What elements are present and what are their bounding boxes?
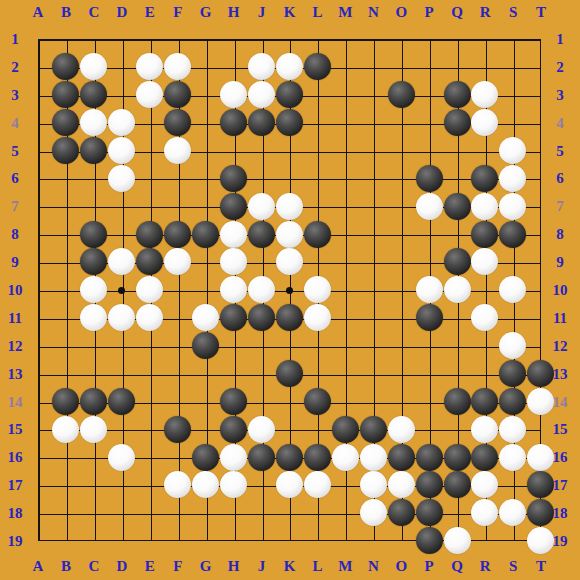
black-stone-R6 bbox=[471, 165, 498, 192]
row-label: 14 bbox=[553, 393, 568, 410]
row-label: 7 bbox=[11, 198, 19, 215]
column-label: H bbox=[228, 4, 240, 21]
white-stone-R9 bbox=[471, 248, 498, 275]
black-stone-Q4 bbox=[444, 109, 471, 136]
column-label: C bbox=[88, 558, 99, 575]
white-stone-J3 bbox=[248, 81, 275, 108]
row-label: 6 bbox=[556, 170, 564, 187]
column-label: T bbox=[536, 558, 546, 575]
white-stone-S16 bbox=[499, 444, 526, 471]
white-stone-C4 bbox=[80, 109, 107, 136]
row-label: 6 bbox=[11, 170, 19, 187]
white-stone-H8 bbox=[220, 221, 247, 248]
row-label: 2 bbox=[556, 58, 564, 75]
row-label: 13 bbox=[553, 365, 568, 382]
column-label: A bbox=[33, 4, 44, 21]
white-stone-K2 bbox=[276, 53, 303, 80]
column-label: R bbox=[480, 4, 491, 21]
white-stone-R15 bbox=[471, 416, 498, 443]
row-label: 1 bbox=[556, 31, 564, 48]
white-stone-S12 bbox=[499, 332, 526, 359]
column-label: B bbox=[61, 558, 71, 575]
column-label: C bbox=[88, 4, 99, 21]
black-stone-Q7 bbox=[444, 193, 471, 220]
column-label: N bbox=[368, 4, 379, 21]
white-stone-J2 bbox=[248, 53, 275, 80]
white-stone-D4 bbox=[108, 109, 135, 136]
black-stone-C3 bbox=[80, 81, 107, 108]
row-label: 7 bbox=[556, 198, 564, 215]
black-stone-B3 bbox=[52, 81, 79, 108]
black-stone-J4 bbox=[248, 109, 275, 136]
column-label: B bbox=[61, 4, 71, 21]
white-stone-T16 bbox=[527, 444, 554, 471]
row-label: 17 bbox=[553, 477, 568, 494]
row-label: 3 bbox=[556, 86, 564, 103]
black-stone-R14 bbox=[471, 388, 498, 415]
white-stone-R17 bbox=[471, 471, 498, 498]
row-label: 5 bbox=[11, 142, 19, 159]
white-stone-H16 bbox=[220, 444, 247, 471]
white-stone-S5 bbox=[499, 137, 526, 164]
white-stone-S15 bbox=[499, 416, 526, 443]
column-label: S bbox=[509, 4, 517, 21]
black-stone-H4 bbox=[220, 109, 247, 136]
white-stone-Q19 bbox=[444, 527, 471, 554]
column-label: S bbox=[509, 558, 517, 575]
column-label: N bbox=[368, 558, 379, 575]
white-stone-G17 bbox=[192, 471, 219, 498]
black-stone-H6 bbox=[220, 165, 247, 192]
white-stone-C11 bbox=[80, 304, 107, 331]
column-label: D bbox=[116, 558, 127, 575]
black-stone-C9 bbox=[80, 248, 107, 275]
column-label: G bbox=[200, 558, 212, 575]
black-stone-N15 bbox=[360, 416, 387, 443]
white-stone-K8 bbox=[276, 221, 303, 248]
black-stone-K13 bbox=[276, 360, 303, 387]
column-label: L bbox=[312, 558, 322, 575]
black-stone-E8 bbox=[136, 221, 163, 248]
white-stone-O17 bbox=[388, 471, 415, 498]
black-stone-K3 bbox=[276, 81, 303, 108]
go-board: ABCDEFGHJKLMNOPQRST ABCDEFGHJKLMNOPQRST … bbox=[0, 0, 580, 580]
white-stone-J15 bbox=[248, 416, 275, 443]
white-stone-C15 bbox=[80, 416, 107, 443]
white-stone-H3 bbox=[220, 81, 247, 108]
row-label: 16 bbox=[8, 449, 23, 466]
row-label: 13 bbox=[8, 365, 23, 382]
white-stone-G11 bbox=[192, 304, 219, 331]
white-stone-N17 bbox=[360, 471, 387, 498]
row-label: 15 bbox=[553, 421, 568, 438]
column-label: J bbox=[258, 4, 266, 21]
black-stone-P17 bbox=[416, 471, 443, 498]
column-label: H bbox=[228, 558, 240, 575]
black-stone-S8 bbox=[499, 221, 526, 248]
board-intersections[interactable] bbox=[24, 25, 555, 555]
black-stone-P19 bbox=[416, 527, 443, 554]
black-stone-H7 bbox=[220, 193, 247, 220]
black-stone-J8 bbox=[248, 221, 275, 248]
row-label: 9 bbox=[11, 254, 19, 271]
column-label: K bbox=[284, 4, 296, 21]
white-stone-L17 bbox=[304, 471, 331, 498]
white-stone-J7 bbox=[248, 193, 275, 220]
white-stone-B15 bbox=[52, 416, 79, 443]
column-label: A bbox=[33, 558, 44, 575]
column-label: R bbox=[480, 558, 491, 575]
row-label: 8 bbox=[556, 226, 564, 243]
black-stone-B5 bbox=[52, 137, 79, 164]
black-stone-C8 bbox=[80, 221, 107, 248]
row-label: 4 bbox=[11, 114, 19, 131]
white-stone-F5 bbox=[164, 137, 191, 164]
row-label: 17 bbox=[8, 477, 23, 494]
black-stone-J16 bbox=[248, 444, 275, 471]
row-label: 3 bbox=[11, 86, 19, 103]
white-stone-J10 bbox=[248, 276, 275, 303]
white-stone-R11 bbox=[471, 304, 498, 331]
white-stone-F9 bbox=[164, 248, 191, 275]
white-stone-R3 bbox=[471, 81, 498, 108]
column-label: K bbox=[284, 558, 296, 575]
column-label: E bbox=[145, 4, 155, 21]
black-stone-L8 bbox=[304, 221, 331, 248]
column-label: Q bbox=[451, 558, 463, 575]
black-stone-Q17 bbox=[444, 471, 471, 498]
black-stone-P11 bbox=[416, 304, 443, 331]
black-stone-B4 bbox=[52, 109, 79, 136]
row-label: 11 bbox=[553, 309, 567, 326]
column-label: L bbox=[312, 4, 322, 21]
black-stone-L2 bbox=[304, 53, 331, 80]
white-stone-C10 bbox=[80, 276, 107, 303]
black-stone-L16 bbox=[304, 444, 331, 471]
black-stone-F3 bbox=[164, 81, 191, 108]
white-stone-L11 bbox=[304, 304, 331, 331]
row-label: 12 bbox=[8, 337, 23, 354]
row-label: 19 bbox=[8, 533, 23, 550]
black-stone-G16 bbox=[192, 444, 219, 471]
black-stone-C14 bbox=[80, 388, 107, 415]
black-stone-O18 bbox=[388, 499, 415, 526]
column-label: F bbox=[173, 558, 182, 575]
column-label: O bbox=[395, 4, 407, 21]
column-label: J bbox=[258, 558, 266, 575]
white-stone-O15 bbox=[388, 416, 415, 443]
white-stone-K7 bbox=[276, 193, 303, 220]
white-stone-H10 bbox=[220, 276, 247, 303]
black-stone-Q3 bbox=[444, 81, 471, 108]
black-stone-Q9 bbox=[444, 248, 471, 275]
black-stone-Q14 bbox=[444, 388, 471, 415]
row-label: 9 bbox=[556, 254, 564, 271]
white-stone-E10 bbox=[136, 276, 163, 303]
white-stone-H17 bbox=[220, 471, 247, 498]
white-stone-S18 bbox=[499, 499, 526, 526]
column-label: O bbox=[395, 558, 407, 575]
column-label: E bbox=[145, 558, 155, 575]
white-stone-E11 bbox=[136, 304, 163, 331]
black-stone-C5 bbox=[80, 137, 107, 164]
white-stone-D11 bbox=[108, 304, 135, 331]
black-stone-P18 bbox=[416, 499, 443, 526]
row-label: 11 bbox=[8, 309, 22, 326]
row-label: 12 bbox=[553, 337, 568, 354]
column-label: D bbox=[116, 4, 127, 21]
row-label: 18 bbox=[553, 505, 568, 522]
column-label: Q bbox=[451, 4, 463, 21]
black-stone-S13 bbox=[499, 360, 526, 387]
white-stone-K9 bbox=[276, 248, 303, 275]
row-label: 18 bbox=[8, 505, 23, 522]
white-stone-F17 bbox=[164, 471, 191, 498]
black-stone-M15 bbox=[332, 416, 359, 443]
row-label: 5 bbox=[556, 142, 564, 159]
white-stone-S6 bbox=[499, 165, 526, 192]
row-label: 15 bbox=[8, 421, 23, 438]
black-stone-O16 bbox=[388, 444, 415, 471]
white-stone-R4 bbox=[471, 109, 498, 136]
black-stone-R8 bbox=[471, 221, 498, 248]
row-label: 1 bbox=[11, 31, 19, 48]
white-stone-D5 bbox=[108, 137, 135, 164]
column-label: F bbox=[173, 4, 182, 21]
column-label: T bbox=[536, 4, 546, 21]
black-stone-L14 bbox=[304, 388, 331, 415]
row-label: 19 bbox=[553, 533, 568, 550]
white-stone-N18 bbox=[360, 499, 387, 526]
white-stone-Q10 bbox=[444, 276, 471, 303]
black-stone-H14 bbox=[220, 388, 247, 415]
black-stone-F15 bbox=[164, 416, 191, 443]
black-stone-F4 bbox=[164, 109, 191, 136]
white-stone-E2 bbox=[136, 53, 163, 80]
black-stone-T13 bbox=[527, 360, 554, 387]
black-stone-B2 bbox=[52, 53, 79, 80]
black-stone-O3 bbox=[388, 81, 415, 108]
white-stone-F2 bbox=[164, 53, 191, 80]
white-stone-R18 bbox=[471, 499, 498, 526]
black-stone-P16 bbox=[416, 444, 443, 471]
black-stone-K4 bbox=[276, 109, 303, 136]
white-stone-K17 bbox=[276, 471, 303, 498]
white-stone-M16 bbox=[332, 444, 359, 471]
black-stone-T17 bbox=[527, 471, 554, 498]
row-label: 2 bbox=[11, 58, 19, 75]
black-stone-Q16 bbox=[444, 444, 471, 471]
black-stone-F8 bbox=[164, 221, 191, 248]
white-stone-C2 bbox=[80, 53, 107, 80]
white-stone-P10 bbox=[416, 276, 443, 303]
black-stone-K11 bbox=[276, 304, 303, 331]
column-label: P bbox=[425, 4, 434, 21]
black-stone-E9 bbox=[136, 248, 163, 275]
black-stone-T18 bbox=[527, 499, 554, 526]
column-label: M bbox=[338, 4, 352, 21]
column-label: G bbox=[200, 4, 212, 21]
white-stone-P7 bbox=[416, 193, 443, 220]
black-stone-B14 bbox=[52, 388, 79, 415]
black-stone-K16 bbox=[276, 444, 303, 471]
black-stone-R16 bbox=[471, 444, 498, 471]
white-stone-S7 bbox=[499, 193, 526, 220]
white-stone-S10 bbox=[499, 276, 526, 303]
row-label: 16 bbox=[553, 449, 568, 466]
black-stone-D14 bbox=[108, 388, 135, 415]
row-label: 10 bbox=[553, 282, 568, 299]
white-stone-T14 bbox=[527, 388, 554, 415]
black-stone-H11 bbox=[220, 304, 247, 331]
black-stone-G12 bbox=[192, 332, 219, 359]
row-label: 4 bbox=[556, 114, 564, 131]
white-stone-T19 bbox=[527, 527, 554, 554]
black-stone-P6 bbox=[416, 165, 443, 192]
black-stone-H15 bbox=[220, 416, 247, 443]
row-label: 10 bbox=[8, 282, 23, 299]
black-stone-J11 bbox=[248, 304, 275, 331]
white-stone-H9 bbox=[220, 248, 247, 275]
black-stone-S14 bbox=[499, 388, 526, 415]
white-stone-R7 bbox=[471, 193, 498, 220]
column-label: M bbox=[338, 558, 352, 575]
black-stone-G8 bbox=[192, 221, 219, 248]
white-stone-L10 bbox=[304, 276, 331, 303]
row-label: 8 bbox=[11, 226, 19, 243]
white-stone-D16 bbox=[108, 444, 135, 471]
column-label: P bbox=[425, 558, 434, 575]
row-label: 14 bbox=[8, 393, 23, 410]
white-stone-E3 bbox=[136, 81, 163, 108]
white-stone-N16 bbox=[360, 444, 387, 471]
white-stone-D6 bbox=[108, 165, 135, 192]
white-stone-D9 bbox=[108, 248, 135, 275]
